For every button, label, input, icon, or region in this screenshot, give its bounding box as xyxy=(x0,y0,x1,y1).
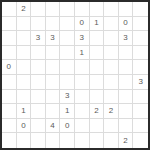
cell-r8-c9[interactable] xyxy=(133,119,148,134)
cell-r5-c2[interactable] xyxy=(31,75,46,90)
cell-r2-c6[interactable] xyxy=(90,31,105,46)
cell-r3-c0[interactable] xyxy=(2,46,17,61)
cell-r6-c9[interactable] xyxy=(133,90,148,105)
clue-cell-r7-c6[interactable]: 2 xyxy=(90,104,105,119)
cell-r8-c8[interactable] xyxy=(119,119,134,134)
cell-r6-c3[interactable] xyxy=(46,90,61,105)
cell-r4-c6[interactable] xyxy=(90,60,105,75)
clue-cell-r1-c5[interactable]: 0 xyxy=(75,17,90,32)
cell-r7-c0[interactable] xyxy=(2,104,17,119)
clue-cell-r2-c3[interactable]: 3 xyxy=(46,31,61,46)
cell-r8-c5[interactable] xyxy=(75,119,90,134)
cell-r6-c8[interactable] xyxy=(119,90,134,105)
cell-r3-c2[interactable] xyxy=(31,46,46,61)
cell-r2-c7[interactable] xyxy=(104,31,119,46)
cell-r1-c9[interactable] xyxy=(133,17,148,32)
cell-r4-c4[interactable] xyxy=(60,60,75,75)
cell-r5-c1[interactable] xyxy=(17,75,32,90)
cell-r3-c6[interactable] xyxy=(90,46,105,61)
cell-r7-c5[interactable] xyxy=(75,104,90,119)
cell-r1-c4[interactable] xyxy=(60,17,75,32)
cell-r3-c1[interactable] xyxy=(17,46,32,61)
cell-r0-c2[interactable] xyxy=(31,2,46,17)
clue-cell-r5-c9[interactable]: 3 xyxy=(133,75,148,90)
clue-cell-r7-c1[interactable]: 1 xyxy=(17,104,32,119)
cell-r9-c3[interactable] xyxy=(46,133,61,148)
cell-r9-c6[interactable] xyxy=(90,133,105,148)
cell-r6-c1[interactable] xyxy=(17,90,32,105)
cell-r9-c1[interactable] xyxy=(17,133,32,148)
cell-r9-c0[interactable] xyxy=(2,133,17,148)
cell-r9-c5[interactable] xyxy=(75,133,90,148)
cell-r3-c9[interactable] xyxy=(133,46,148,61)
clue-cell-r9-c8[interactable]: 2 xyxy=(119,133,134,148)
clue-cell-r8-c3[interactable]: 4 xyxy=(46,119,61,134)
cell-r5-c0[interactable] xyxy=(2,75,17,90)
cell-r2-c9[interactable] xyxy=(133,31,148,46)
cell-r0-c9[interactable] xyxy=(133,2,148,17)
clue-cell-r2-c2[interactable]: 3 xyxy=(31,31,46,46)
cell-r7-c2[interactable] xyxy=(31,104,46,119)
clue-cell-r2-c5[interactable]: 3 xyxy=(75,31,90,46)
cell-r4-c3[interactable] xyxy=(46,60,61,75)
cell-r4-c9[interactable] xyxy=(133,60,148,75)
cell-r5-c5[interactable] xyxy=(75,75,90,90)
cell-r8-c6[interactable] xyxy=(90,119,105,134)
cell-r5-c7[interactable] xyxy=(104,75,119,90)
slitherlink-board: 20103333103311220402 xyxy=(0,0,150,150)
cell-r1-c2[interactable] xyxy=(31,17,46,32)
cell-r7-c3[interactable] xyxy=(46,104,61,119)
clue-cell-r7-c7[interactable]: 2 xyxy=(104,104,119,119)
cell-r5-c8[interactable] xyxy=(119,75,134,90)
cell-r6-c0[interactable] xyxy=(2,90,17,105)
cell-r1-c7[interactable] xyxy=(104,17,119,32)
cell-r0-c4[interactable] xyxy=(60,2,75,17)
cell-r1-c3[interactable] xyxy=(46,17,61,32)
cell-r0-c6[interactable] xyxy=(90,2,105,17)
clue-cell-r7-c4[interactable]: 1 xyxy=(60,104,75,119)
clue-cell-r1-c8[interactable]: 0 xyxy=(119,17,134,32)
cell-r6-c6[interactable] xyxy=(90,90,105,105)
cell-r5-c6[interactable] xyxy=(90,75,105,90)
cell-r0-c7[interactable] xyxy=(104,2,119,17)
cell-r0-c8[interactable] xyxy=(119,2,134,17)
cell-r7-c9[interactable] xyxy=(133,104,148,119)
cell-r5-c3[interactable] xyxy=(46,75,61,90)
cell-r2-c4[interactable] xyxy=(60,31,75,46)
cell-r9-c4[interactable] xyxy=(60,133,75,148)
cell-r0-c0[interactable] xyxy=(2,2,17,17)
cell-r4-c8[interactable] xyxy=(119,60,134,75)
clue-cell-r0-c1[interactable]: 2 xyxy=(17,2,32,17)
cell-r9-c9[interactable] xyxy=(133,133,148,148)
clue-cell-r4-c0[interactable]: 0 xyxy=(2,60,17,75)
clue-cell-r8-c4[interactable]: 0 xyxy=(60,119,75,134)
cell-r4-c7[interactable] xyxy=(104,60,119,75)
cell-r1-c0[interactable] xyxy=(2,17,17,32)
cell-r5-c4[interactable] xyxy=(60,75,75,90)
cell-r6-c7[interactable] xyxy=(104,90,119,105)
cell-r0-c3[interactable] xyxy=(46,2,61,17)
clue-cell-r6-c4[interactable]: 3 xyxy=(60,90,75,105)
clue-cell-r2-c8[interactable]: 3 xyxy=(119,31,134,46)
cell-r7-c8[interactable] xyxy=(119,104,134,119)
cell-r0-c5[interactable] xyxy=(75,2,90,17)
cell-r8-c0[interactable] xyxy=(2,119,17,134)
cell-r4-c2[interactable] xyxy=(31,60,46,75)
cell-r3-c7[interactable] xyxy=(104,46,119,61)
clue-cell-r3-c5[interactable]: 1 xyxy=(75,46,90,61)
cell-r6-c5[interactable] xyxy=(75,90,90,105)
clue-cell-r1-c6[interactable]: 1 xyxy=(90,17,105,32)
cell-r3-c3[interactable] xyxy=(46,46,61,61)
cell-r8-c2[interactable] xyxy=(31,119,46,134)
clue-cell-r8-c1[interactable]: 0 xyxy=(17,119,32,134)
cell-r2-c1[interactable] xyxy=(17,31,32,46)
cell-r2-c0[interactable] xyxy=(2,31,17,46)
cell-r4-c5[interactable] xyxy=(75,60,90,75)
cell-r9-c2[interactable] xyxy=(31,133,46,148)
cell-r3-c8[interactable] xyxy=(119,46,134,61)
cell-r4-c1[interactable] xyxy=(17,60,32,75)
cell-r6-c2[interactable] xyxy=(31,90,46,105)
cell-r9-c7[interactable] xyxy=(104,133,119,148)
cell-r3-c4[interactable] xyxy=(60,46,75,61)
cell-r8-c7[interactable] xyxy=(104,119,119,134)
cell-r1-c1[interactable] xyxy=(17,17,32,32)
